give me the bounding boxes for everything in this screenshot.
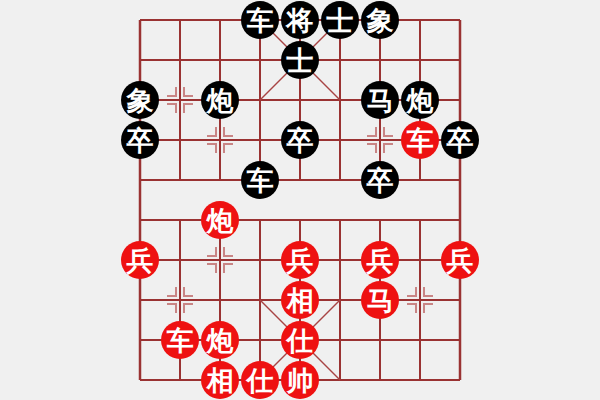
red-advisor[interactable]: 仕 [241, 361, 279, 399]
red-soldier[interactable]: 兵 [121, 241, 159, 279]
black-advisor[interactable]: 士 [281, 41, 319, 79]
red-horse[interactable]: 马 [361, 281, 399, 319]
black-elephant[interactable]: 象 [361, 1, 399, 39]
black-soldier[interactable]: 卒 [281, 121, 319, 159]
black-soldier[interactable]: 卒 [361, 161, 399, 199]
black-chariot[interactable]: 车 [241, 161, 279, 199]
black-general[interactable]: 将 [281, 1, 319, 39]
red-soldier[interactable]: 兵 [281, 241, 319, 279]
black-elephant[interactable]: 象 [121, 81, 159, 119]
red-soldier[interactable]: 兵 [361, 241, 399, 279]
black-advisor[interactable]: 士 [321, 1, 359, 39]
red-elephant[interactable]: 相 [281, 281, 319, 319]
black-cannon[interactable]: 炮 [401, 81, 439, 119]
red-soldier[interactable]: 兵 [441, 241, 479, 279]
red-chariot[interactable]: 车 [401, 121, 439, 159]
black-chariot[interactable]: 车 [241, 1, 279, 39]
black-soldier[interactable]: 卒 [441, 121, 479, 159]
red-chariot[interactable]: 车 [161, 321, 199, 359]
red-cannon[interactable]: 炮 [201, 201, 239, 239]
xiangqi-app: 车将士象士象炮马炮卒卒车卒车卒炮兵兵兵兵相马车炮仕相仕帅 [0, 0, 600, 400]
red-cannon[interactable]: 炮 [201, 321, 239, 359]
xiangqi-board: 车将士象士象炮马炮卒卒车卒车卒炮兵兵兵兵相马车炮仕相仕帅 [0, 0, 600, 400]
red-general[interactable]: 帅 [281, 361, 319, 399]
red-advisor[interactable]: 仕 [281, 321, 319, 359]
black-soldier[interactable]: 卒 [121, 121, 159, 159]
black-horse[interactable]: 马 [361, 81, 399, 119]
red-elephant[interactable]: 相 [201, 361, 239, 399]
black-cannon[interactable]: 炮 [201, 81, 239, 119]
